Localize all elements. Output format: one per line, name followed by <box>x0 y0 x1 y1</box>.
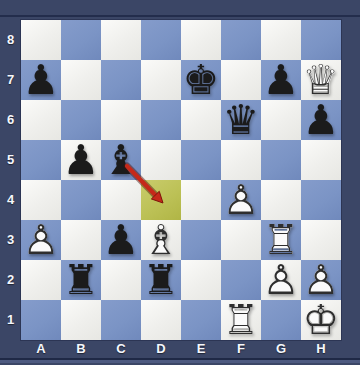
square-c1[interactable] <box>101 300 141 340</box>
square-b1[interactable] <box>61 300 101 340</box>
piece-white-pawn: ♟♙ <box>221 180 261 220</box>
piece-black-pawn: ♟ <box>61 140 101 180</box>
piece-black-pawn: ♟ <box>301 100 341 140</box>
square-a2[interactable] <box>21 260 61 300</box>
square-e8[interactable] <box>181 20 221 60</box>
square-d3[interactable]: ♝♗ <box>141 220 181 260</box>
file-label: B <box>61 340 101 360</box>
square-b2[interactable]: ♜ <box>61 260 101 300</box>
square-f4[interactable]: ♟♙ <box>221 180 261 220</box>
square-a1[interactable] <box>21 300 61 340</box>
frame-divider-line <box>0 15 360 17</box>
square-c2[interactable] <box>101 260 141 300</box>
rank-label: 6 <box>0 100 21 140</box>
piece-black-queen: ♛ <box>221 100 261 140</box>
square-h6[interactable]: ♟ <box>301 100 341 140</box>
square-g8[interactable] <box>261 20 301 60</box>
file-labels: ABCDEFGH <box>21 340 341 360</box>
square-b6[interactable] <box>61 100 101 140</box>
rank-label: 5 <box>0 140 21 180</box>
square-g7[interactable]: ♟ <box>261 60 301 100</box>
square-e3[interactable] <box>181 220 221 260</box>
square-b7[interactable] <box>61 60 101 100</box>
square-a3[interactable]: ♟♙ <box>21 220 61 260</box>
square-c6[interactable] <box>101 100 141 140</box>
piece-white-pawn: ♟♙ <box>21 220 61 260</box>
square-g2[interactable]: ♟♙ <box>261 260 301 300</box>
square-d6[interactable] <box>141 100 181 140</box>
square-e7[interactable]: ♚ <box>181 60 221 100</box>
square-f1[interactable]: ♜♖ <box>221 300 261 340</box>
piece-black-pawn: ♟ <box>101 220 141 260</box>
square-f7[interactable] <box>221 60 261 100</box>
square-a7[interactable]: ♟ <box>21 60 61 100</box>
square-f6[interactable]: ♛ <box>221 100 261 140</box>
square-f3[interactable] <box>221 220 261 260</box>
piece-black-king: ♚ <box>181 60 221 100</box>
square-f2[interactable] <box>221 260 261 300</box>
square-c5[interactable]: ♝ <box>101 140 141 180</box>
square-h7[interactable]: ♛♕ <box>301 60 341 100</box>
square-a6[interactable] <box>21 100 61 140</box>
file-label: H <box>301 340 341 360</box>
piece-white-queen: ♛♕ <box>301 60 341 100</box>
square-e5[interactable] <box>181 140 221 180</box>
square-b8[interactable] <box>61 20 101 60</box>
piece-black-bishop: ♝ <box>101 140 141 180</box>
square-a5[interactable] <box>21 140 61 180</box>
file-label: C <box>101 340 141 360</box>
board-frame: 87654321 ♟♚♟♛♕♛♟♟♝♟♙♟♙♟♝♗♜♖♜♜♟♙♟♙♜♖♚♔ AB… <box>0 0 360 365</box>
square-d7[interactable] <box>141 60 181 100</box>
square-h1[interactable]: ♚♔ <box>301 300 341 340</box>
file-label: G <box>261 340 301 360</box>
rank-labels: 87654321 <box>0 20 21 340</box>
square-g6[interactable] <box>261 100 301 140</box>
square-e1[interactable] <box>181 300 221 340</box>
file-label: D <box>141 340 181 360</box>
square-g5[interactable] <box>261 140 301 180</box>
square-h3[interactable] <box>301 220 341 260</box>
rank-label: 8 <box>0 20 21 60</box>
square-d2[interactable]: ♜ <box>141 260 181 300</box>
square-g4[interactable] <box>261 180 301 220</box>
square-f5[interactable] <box>221 140 261 180</box>
piece-white-pawn: ♟♙ <box>261 260 301 300</box>
piece-white-pawn: ♟♙ <box>301 260 341 300</box>
square-d8[interactable] <box>141 20 181 60</box>
piece-white-bishop: ♝♗ <box>141 220 181 260</box>
piece-white-rook: ♜♖ <box>221 300 261 340</box>
rank-label: 7 <box>0 60 21 100</box>
square-e4[interactable] <box>181 180 221 220</box>
square-h4[interactable] <box>301 180 341 220</box>
piece-black-pawn: ♟ <box>21 60 61 100</box>
square-b3[interactable] <box>61 220 101 260</box>
rank-label: 2 <box>0 260 21 300</box>
square-g1[interactable] <box>261 300 301 340</box>
square-e6[interactable] <box>181 100 221 140</box>
file-label: A <box>21 340 61 360</box>
file-label: F <box>221 340 261 360</box>
rank-label: 1 <box>0 300 21 340</box>
chess-board: ♟♚♟♛♕♛♟♟♝♟♙♟♙♟♝♗♜♖♜♜♟♙♟♙♜♖♚♔ <box>21 20 341 340</box>
square-f8[interactable] <box>221 20 261 60</box>
piece-black-rook: ♜ <box>141 260 181 300</box>
piece-white-king: ♚♔ <box>301 300 341 340</box>
square-b4[interactable] <box>61 180 101 220</box>
square-d5[interactable] <box>141 140 181 180</box>
square-a8[interactable] <box>21 20 61 60</box>
frame-bottom-accent <box>0 360 360 363</box>
square-e2[interactable] <box>181 260 221 300</box>
square-c8[interactable] <box>101 20 141 60</box>
square-g3[interactable]: ♜♖ <box>261 220 301 260</box>
square-c7[interactable] <box>101 60 141 100</box>
piece-white-rook: ♜♖ <box>261 220 301 260</box>
rank-label: 3 <box>0 220 21 260</box>
square-c4[interactable] <box>101 180 141 220</box>
piece-black-pawn: ♟ <box>261 60 301 100</box>
square-b5[interactable]: ♟ <box>61 140 101 180</box>
square-d1[interactable] <box>141 300 181 340</box>
square-d4[interactable] <box>141 180 181 220</box>
rank-label: 4 <box>0 180 21 220</box>
piece-black-rook: ♜ <box>61 260 101 300</box>
square-h8[interactable] <box>301 20 341 60</box>
square-h2[interactable]: ♟♙ <box>301 260 341 300</box>
square-a4[interactable] <box>21 180 61 220</box>
file-label: E <box>181 340 221 360</box>
square-c3[interactable]: ♟ <box>101 220 141 260</box>
square-h5[interactable] <box>301 140 341 180</box>
